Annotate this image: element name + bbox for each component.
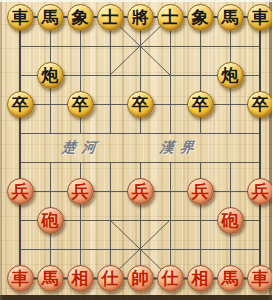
piece-red-chariot-right[interactable]: 車 xyxy=(247,265,273,292)
piece-red-chariot-left[interactable]: 車 xyxy=(7,265,34,292)
piece-red-cannon-right[interactable]: 砲 xyxy=(217,207,244,234)
piece-black-elephant-right[interactable]: 象 xyxy=(187,4,214,31)
piece-red-soldier-1[interactable]: 兵 xyxy=(7,178,34,205)
piece-red-advisor-right[interactable]: 仕 xyxy=(157,265,184,292)
piece-grid: 車馬象士將士象馬車炮炮卒卒卒卒卒兵兵兵兵兵砲砲車馬相仕帥仕相馬車 xyxy=(5,3,272,293)
piece-black-horse-right[interactable]: 馬 xyxy=(217,4,244,31)
piece-black-chariot-right[interactable]: 車 xyxy=(247,4,273,31)
piece-red-soldier-4[interactable]: 兵 xyxy=(187,178,214,205)
piece-black-advisor-right[interactable]: 士 xyxy=(157,4,184,31)
piece-black-cannon-right[interactable]: 炮 xyxy=(217,62,244,89)
piece-black-soldier-4[interactable]: 卒 xyxy=(187,91,214,118)
piece-black-cannon-left[interactable]: 炮 xyxy=(37,62,64,89)
piece-red-horse-left[interactable]: 馬 xyxy=(37,265,64,292)
piece-red-soldier-3[interactable]: 兵 xyxy=(127,178,154,205)
piece-red-soldier-5[interactable]: 兵 xyxy=(247,178,273,205)
piece-black-soldier-5[interactable]: 卒 xyxy=(247,91,273,118)
piece-black-general[interactable]: 將 xyxy=(127,4,154,31)
xiangqi-board[interactable]: 楚河 漢界 車馬象士將士象馬車炮炮卒卒卒卒卒兵兵兵兵兵砲砲車馬相仕帥仕相馬車 xyxy=(0,0,272,300)
xiangqi-app: 楚河 漢界 車馬象士將士象馬車炮炮卒卒卒卒卒兵兵兵兵兵砲砲車馬相仕帥仕相馬車 xyxy=(0,0,272,300)
piece-black-soldier-2[interactable]: 卒 xyxy=(67,91,94,118)
piece-black-elephant-left[interactable]: 象 xyxy=(67,4,94,31)
piece-red-cannon-left[interactable]: 砲 xyxy=(37,207,64,234)
piece-red-advisor-left[interactable]: 仕 xyxy=(97,265,124,292)
piece-black-soldier-1[interactable]: 卒 xyxy=(7,91,34,118)
piece-black-chariot-left[interactable]: 車 xyxy=(7,4,34,31)
piece-black-soldier-3[interactable]: 卒 xyxy=(127,91,154,118)
piece-black-advisor-left[interactable]: 士 xyxy=(97,4,124,31)
piece-red-horse-right[interactable]: 馬 xyxy=(217,265,244,292)
piece-red-marshal[interactable]: 帥 xyxy=(127,265,154,292)
piece-red-soldier-2[interactable]: 兵 xyxy=(67,178,94,205)
piece-red-elephant-right[interactable]: 相 xyxy=(187,265,214,292)
piece-black-horse-left[interactable]: 馬 xyxy=(37,4,64,31)
piece-red-elephant-left[interactable]: 相 xyxy=(67,265,94,292)
